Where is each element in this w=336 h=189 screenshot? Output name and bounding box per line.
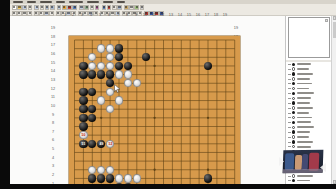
- tree-branch-icon: [288, 98, 291, 99]
- toolbar-icon[interactable]: [67, 5, 72, 10]
- toolbar-icon[interactable]: [17, 5, 22, 10]
- coord-label: 13: [167, 13, 175, 17]
- black-stone-icon: [292, 140, 295, 143]
- stone-white: [97, 96, 105, 104]
- black-stone-icon: [292, 130, 295, 133]
- toolbar-icon[interactable]: [34, 5, 39, 10]
- toolbar-icon[interactable]: [57, 5, 62, 10]
- scroll-up-icon[interactable]: [325, 19, 329, 23]
- comment-box[interactable]: [288, 17, 330, 58]
- toolbar-icon[interactable]: [95, 5, 100, 10]
- menu-item[interactable]: [103, 1, 113, 3]
- toolbar-icon[interactable]: [39, 11, 44, 16]
- move-label: [297, 112, 309, 114]
- coord-label: 16: [49, 52, 57, 56]
- coord-label: 18: [212, 13, 220, 17]
- toolbar-icon[interactable]: [90, 5, 95, 10]
- toolbar-icon[interactable]: [28, 5, 33, 10]
- coord-label: 3: [49, 164, 57, 168]
- tree-branch-icon: [288, 176, 291, 177]
- menu-item[interactable]: [27, 1, 36, 3]
- tree-branch-icon: [288, 146, 291, 147]
- move-label: [297, 131, 310, 133]
- coord-label: 15: [185, 13, 193, 17]
- toolbar-icon[interactable]: [140, 5, 145, 10]
- scroll-up-icon[interactable]: [333, 16, 336, 20]
- coord-label: 5: [96, 13, 104, 17]
- menu-item[interactable]: [56, 1, 65, 3]
- toolbar-icon[interactable]: [112, 5, 117, 10]
- coord-label: 8: [49, 121, 57, 125]
- stone-black: [79, 114, 87, 122]
- black-stone-icon: [292, 92, 295, 95]
- black-stone-icon: [292, 179, 295, 182]
- toolbar-icon[interactable]: [62, 5, 67, 10]
- tree-branch-icon: [288, 180, 291, 181]
- stone-white: [124, 70, 132, 78]
- coord-label: 6: [49, 139, 57, 143]
- coord-label: 11: [49, 95, 57, 99]
- move-label: [297, 73, 313, 75]
- toolbar-icon[interactable]: [34, 11, 39, 16]
- coord-label: 4: [87, 13, 95, 17]
- toolbar-icon[interactable]: [45, 5, 50, 10]
- toolbar-icon[interactable]: [44, 11, 49, 16]
- toolbar-icon[interactable]: [22, 5, 27, 10]
- coord-label: 7: [49, 130, 57, 134]
- stone-white: [115, 70, 123, 78]
- white-stone-icon: [292, 97, 295, 100]
- white-stone-icon: [292, 126, 295, 129]
- move-label: [297, 97, 311, 99]
- move-label: [297, 63, 311, 65]
- white-stone-icon: [292, 77, 295, 80]
- stone-black: [106, 70, 114, 78]
- stone-black: [79, 62, 87, 70]
- toolbar-icon[interactable]: [40, 5, 45, 10]
- move-label: [297, 107, 313, 109]
- toolbar-icon[interactable]: [12, 5, 17, 10]
- toolbar-icon[interactable]: [124, 5, 129, 10]
- menu-item[interactable]: [69, 1, 83, 3]
- stone-white: [124, 174, 132, 182]
- move-label: [297, 92, 314, 94]
- black-stone-icon: [292, 72, 295, 75]
- menu-item[interactable]: [87, 1, 99, 3]
- letterbox-bottom: [0, 184, 336, 189]
- menu-item[interactable]: [40, 1, 52, 3]
- tree-branch-icon: [288, 132, 291, 133]
- stone-white-numbered: 50: [79, 131, 87, 139]
- tree-branch-icon: [288, 122, 291, 123]
- toolbar-icon[interactable]: [72, 5, 77, 10]
- white-stone-icon: [292, 135, 295, 138]
- coord-label: 12: [159, 13, 167, 17]
- toolbar-icon[interactable]: [12, 11, 17, 16]
- move-label: [297, 146, 311, 148]
- stone-black: [88, 174, 96, 182]
- white-stone-icon: [292, 87, 295, 90]
- stone-black: [79, 122, 87, 130]
- menu-item[interactable]: [13, 1, 23, 3]
- letterbox-left: [0, 0, 10, 189]
- white-stone-icon: [292, 116, 295, 119]
- tree-branch-icon: [288, 117, 291, 118]
- stone-black: [79, 96, 87, 104]
- coord-label: 14: [176, 13, 184, 17]
- toolbar-icon[interactable]: [22, 11, 27, 16]
- black-stone-icon: [292, 101, 295, 104]
- stone-black: [97, 174, 105, 182]
- white-stone-icon: [292, 174, 295, 177]
- move-label: [297, 121, 311, 123]
- stone-black-numbered: 51: [79, 140, 87, 148]
- white-stone-icon: [292, 67, 295, 70]
- video-floor: [283, 169, 323, 174]
- white-stone-icon: [292, 145, 295, 148]
- toolbar-icon[interactable]: [84, 5, 89, 10]
- move-label: [297, 78, 310, 80]
- tree-branch-icon: [288, 83, 291, 84]
- stone-black: [79, 88, 87, 96]
- black-stone-icon: [292, 111, 295, 114]
- tree-branch-icon: [288, 79, 291, 80]
- tree-branch-icon: [288, 108, 291, 109]
- move-label: [297, 68, 309, 70]
- toolbar-icon[interactable]: [102, 5, 107, 10]
- move-list-item[interactable]: [287, 178, 331, 183]
- toolbar-icon[interactable]: [56, 11, 61, 16]
- tree-branch-icon: [288, 64, 291, 65]
- coord-label: 12: [49, 87, 57, 91]
- tree-branch-icon: [288, 127, 291, 128]
- toolbar-icon[interactable]: [49, 11, 54, 16]
- coord-label: 2: [70, 13, 78, 17]
- tree-branch-icon: [288, 69, 291, 70]
- coord-label: 18: [49, 35, 57, 39]
- coord-label: 9: [132, 13, 140, 17]
- black-stone-icon: [292, 82, 295, 85]
- move-label: [297, 136, 309, 138]
- stone-black: [79, 105, 87, 113]
- go-board[interactable]: 50514952: [69, 36, 240, 189]
- toolbar-icon[interactable]: [117, 5, 122, 10]
- coord-label: 17: [49, 43, 57, 47]
- stone-black: [106, 174, 114, 182]
- tree-branch-icon: [288, 113, 291, 114]
- move-label: [297, 83, 312, 85]
- video-figure: [285, 153, 295, 170]
- toolbar-icon[interactable]: [27, 11, 32, 16]
- coord-label: 3: [78, 13, 86, 17]
- stone-white: [133, 174, 141, 182]
- coord-label: 10: [49, 104, 57, 108]
- move-label: [297, 141, 313, 143]
- toolbar-icon[interactable]: [17, 11, 22, 16]
- scrollbar-thumb[interactable]: [333, 22, 336, 38]
- move-label: [297, 180, 310, 182]
- coord-label: 9: [49, 113, 57, 117]
- toolbar-icon[interactable]: [134, 5, 139, 10]
- coord-label: 2: [49, 173, 57, 177]
- coord-label: 5: [49, 147, 57, 151]
- toolbar-icon[interactable]: [129, 5, 134, 10]
- move-label: [297, 126, 314, 128]
- coord-label: 11: [150, 13, 158, 17]
- tree-branch-icon: [288, 93, 291, 94]
- tree-branch-icon: [288, 142, 291, 143]
- stone-black: [204, 174, 212, 182]
- toolbar-icon[interactable]: [107, 5, 112, 10]
- tree-branch-icon: [288, 103, 291, 104]
- stone-black: [79, 70, 87, 78]
- black-stone-icon: [292, 63, 295, 66]
- stone-white: [115, 96, 123, 104]
- coord-label: 19: [49, 26, 57, 30]
- menu-item[interactable]: [117, 1, 125, 3]
- stone-white: [106, 44, 114, 52]
- coord-label: 14: [49, 69, 57, 73]
- toolbar-icon[interactable]: [79, 5, 84, 10]
- app-window: 1191921818317174161651515614147131381212…: [0, 0, 336, 189]
- move-label: [297, 175, 313, 177]
- coord-label: 7: [114, 13, 122, 17]
- video-overlay: [283, 150, 324, 174]
- coord-label: 13: [49, 78, 57, 82]
- move-label: [297, 117, 312, 119]
- toolbar-icon[interactable]: [50, 5, 55, 10]
- stone-white: [115, 174, 123, 182]
- tree-branch-icon: [288, 74, 291, 75]
- tree-branch-icon: [288, 88, 291, 89]
- stone-black: [115, 44, 123, 52]
- coord-label: 19: [221, 13, 229, 17]
- coord-label: 1: [61, 13, 69, 17]
- move-label: [297, 102, 310, 104]
- coord-label: 17: [203, 13, 211, 17]
- coord-label: 19: [232, 26, 240, 30]
- move-label: [297, 88, 309, 90]
- coord-label: 15: [49, 61, 57, 65]
- coord-label: 10: [141, 13, 149, 17]
- scrollbar[interactable]: [331, 16, 336, 184]
- coord-label: 16: [194, 13, 202, 17]
- board-pane: 1191921818317174161651515614147131381212…: [10, 16, 285, 184]
- mouse-cursor: [114, 84, 121, 94]
- black-stone-icon: [292, 121, 295, 124]
- coord-label: 4: [49, 156, 57, 160]
- tree-branch-icon: [288, 137, 291, 138]
- white-stone-icon: [292, 106, 295, 109]
- video-figure: [302, 154, 309, 170]
- coord-label: 8: [123, 13, 131, 17]
- coord-label: 6: [105, 13, 113, 17]
